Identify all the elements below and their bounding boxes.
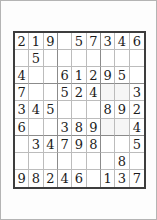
- sudoku-cell-given[interactable]: 2: [72, 84, 86, 101]
- sudoku-cell-given[interactable]: 9: [115, 101, 129, 118]
- sudoku-cell-empty[interactable]: [58, 101, 72, 118]
- sudoku-cell-given[interactable]: 2: [44, 170, 58, 187]
- sudoku-cell-empty[interactable]: [58, 50, 72, 67]
- sudoku-cell-empty[interactable]: [44, 153, 58, 170]
- sudoku-cell-given[interactable]: 5: [72, 33, 86, 50]
- sudoku-cell-given[interactable]: 3: [58, 119, 72, 136]
- sudoku-cell-given[interactable]: 7: [130, 170, 144, 187]
- sudoku-cell-empty[interactable]: [101, 50, 115, 67]
- sudoku-cell-empty[interactable]: [15, 153, 29, 170]
- sudoku-cell-empty[interactable]: [101, 136, 115, 153]
- sudoku-cell-empty[interactable]: [130, 153, 144, 170]
- sudoku-cell-given[interactable]: 2: [130, 101, 144, 118]
- sudoku-cell-given[interactable]: 4: [58, 170, 72, 187]
- sudoku-cell-given[interactable]: 5: [130, 136, 144, 153]
- sudoku-cell-given[interactable]: 4: [130, 119, 144, 136]
- sudoku-cell-empty[interactable]: [115, 136, 129, 153]
- sudoku-cell-given[interactable]: 9: [101, 67, 115, 84]
- sudoku-cell-given[interactable]: 9: [44, 33, 58, 50]
- sudoku-cell-empty[interactable]: [72, 50, 86, 67]
- sudoku-cell-given[interactable]: 6: [72, 170, 86, 187]
- sudoku-cell-given[interactable]: 5: [29, 50, 43, 67]
- sudoku-cell-given[interactable]: 5: [44, 101, 58, 118]
- sudoku-cell-given[interactable]: 5: [58, 84, 72, 101]
- sudoku-cell-empty[interactable]: [44, 84, 58, 101]
- sudoku-cell-given[interactable]: 8: [29, 170, 43, 187]
- sudoku-cell-given[interactable]: 8: [115, 153, 129, 170]
- sudoku-cell-empty[interactable]: [72, 153, 86, 170]
- sudoku-cell-given[interactable]: 7: [87, 33, 101, 50]
- sudoku-page: 2195734654612957524334589263894347985898…: [0, 0, 157, 220]
- sudoku-cell-empty[interactable]: [29, 67, 43, 84]
- sudoku-cell-given[interactable]: 1: [29, 33, 43, 50]
- sudoku-cell-given[interactable]: 3: [15, 101, 29, 118]
- sudoku-cell-empty[interactable]: [58, 33, 72, 50]
- sudoku-cell-given[interactable]: 1: [101, 170, 115, 187]
- sudoku-cell-given[interactable]: 3: [101, 33, 115, 50]
- sudoku-cell-empty[interactable]: [44, 119, 58, 136]
- sudoku-cell-given[interactable]: 9: [87, 119, 101, 136]
- sudoku-cell-empty[interactable]: [101, 84, 115, 101]
- sudoku-cell-empty[interactable]: [115, 119, 129, 136]
- sudoku-cell-empty[interactable]: [44, 67, 58, 84]
- sudoku-cell-given[interactable]: 4: [29, 101, 43, 118]
- sudoku-cell-given[interactable]: 8: [72, 119, 86, 136]
- sudoku-board: 2195734654612957524334589263894347985898…: [13, 31, 146, 189]
- sudoku-cell-given[interactable]: 4: [44, 136, 58, 153]
- sudoku-cell-given[interactable]: 2: [15, 33, 29, 50]
- sudoku-cell-empty[interactable]: [29, 84, 43, 101]
- sudoku-cell-given[interactable]: 6: [58, 67, 72, 84]
- sudoku-cell-empty[interactable]: [15, 136, 29, 153]
- sudoku-cell-empty[interactable]: [87, 50, 101, 67]
- sudoku-cell-given[interactable]: 4: [87, 84, 101, 101]
- sudoku-cell-empty[interactable]: [58, 153, 72, 170]
- sudoku-cell-given[interactable]: 1: [72, 67, 86, 84]
- sudoku-cell-empty[interactable]: [101, 153, 115, 170]
- sudoku-cell-given[interactable]: 3: [130, 84, 144, 101]
- sudoku-cell-given[interactable]: 6: [130, 33, 144, 50]
- sudoku-cell-given[interactable]: 3: [29, 136, 43, 153]
- sudoku-cell-empty[interactable]: [115, 84, 129, 101]
- sudoku-cell-empty[interactable]: [29, 153, 43, 170]
- sudoku-cell-given[interactable]: 4: [115, 33, 129, 50]
- sudoku-cell-empty[interactable]: [87, 153, 101, 170]
- sudoku-cell-empty[interactable]: [130, 67, 144, 84]
- sudoku-cell-given[interactable]: 8: [101, 101, 115, 118]
- sudoku-cell-given[interactable]: 6: [15, 119, 29, 136]
- sudoku-cell-given[interactable]: 9: [15, 170, 29, 187]
- sudoku-cell-empty[interactable]: [87, 170, 101, 187]
- sudoku-cell-given[interactable]: 8: [87, 136, 101, 153]
- sudoku-cell-empty[interactable]: [115, 50, 129, 67]
- sudoku-cell-given[interactable]: 7: [58, 136, 72, 153]
- sudoku-cell-given[interactable]: 5: [115, 67, 129, 84]
- sudoku-cell-given[interactable]: 9: [72, 136, 86, 153]
- sudoku-cell-empty[interactable]: [72, 101, 86, 118]
- sudoku-cell-empty[interactable]: [29, 119, 43, 136]
- sudoku-cell-empty[interactable]: [101, 119, 115, 136]
- sudoku-cell-given[interactable]: 7: [15, 84, 29, 101]
- sudoku-cell-given[interactable]: 4: [15, 67, 29, 84]
- sudoku-cell-given[interactable]: 2: [87, 67, 101, 84]
- sudoku-cell-empty[interactable]: [44, 50, 58, 67]
- sudoku-cell-given[interactable]: 3: [115, 170, 129, 187]
- sudoku-cell-empty[interactable]: [130, 50, 144, 67]
- sudoku-cell-empty[interactable]: [15, 50, 29, 67]
- sudoku-cell-empty[interactable]: [87, 101, 101, 118]
